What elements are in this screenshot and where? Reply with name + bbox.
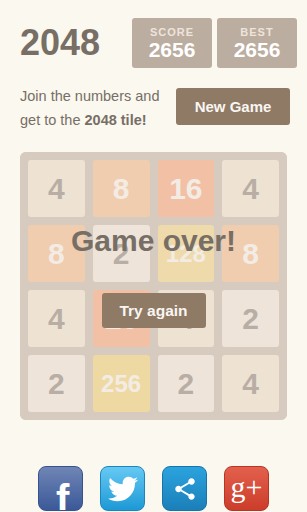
game-board[interactable]: 4816482128841642225624 Game over! Try ag… [20,152,287,420]
twitter-icon [108,474,138,504]
game-over-message: Game over! [20,224,287,258]
share-icon [172,476,198,502]
game-over-overlay [20,152,287,420]
score-label: SCORE [150,26,194,38]
intro-text: Join the numbers and get to the 2048 til… [20,84,180,132]
new-game-button[interactable]: New Game [176,88,290,125]
score-box: SCORE 2656 [132,18,212,68]
facebook-button[interactable]: f [38,466,83,511]
intro-goal: 2048 tile! [85,112,147,128]
best-box: BEST 2656 [217,18,297,68]
intro-line1: Join the numbers and [20,88,159,104]
google-plus-icon: g+ [231,472,263,506]
best-value: 2656 [234,38,281,61]
share-button[interactable] [162,466,207,511]
score-value: 2656 [149,38,196,61]
facebook-icon: f [56,479,69,511]
social-bar: f g+ [38,466,269,511]
twitter-button[interactable] [100,466,145,511]
page-title: 2048 [20,22,100,64]
score-panel: SCORE 2656 BEST 2656 [132,18,297,68]
try-again-button[interactable]: Try again [102,293,206,328]
google-plus-button[interactable]: g+ [224,466,269,511]
app-window: 2048 SCORE 2656 BEST 2656 Join the numbe… [0,0,307,512]
best-label: BEST [240,26,273,38]
intro-line2: get to the [20,112,85,128]
